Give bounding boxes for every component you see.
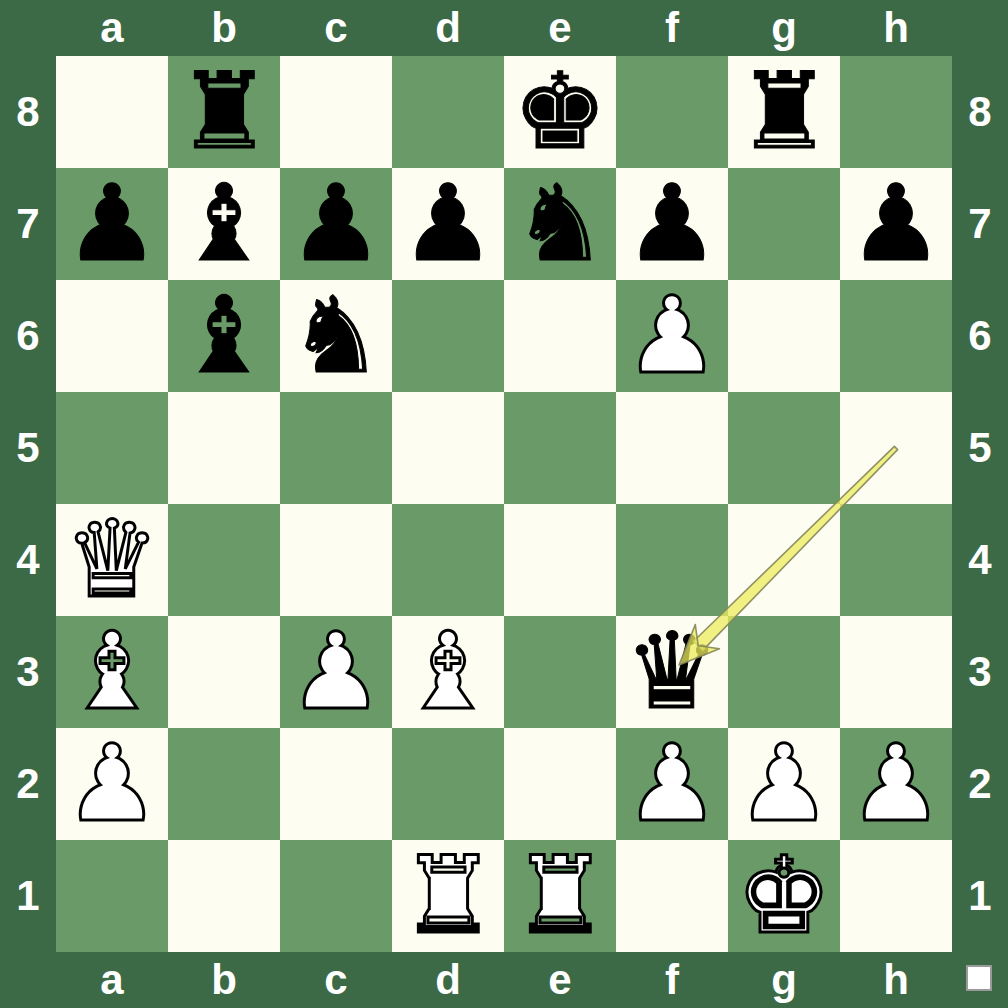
square-h4[interactable] xyxy=(840,504,952,616)
square-f2[interactable]: ♟ xyxy=(616,728,728,840)
rank-label-5-right: 5 xyxy=(952,392,1008,504)
file-label-a-top: a xyxy=(56,0,168,56)
piece-white-pawn[interactable]: ♟ xyxy=(624,728,719,840)
square-c3[interactable]: ♟ xyxy=(280,616,392,728)
file-label-f-bottom: f xyxy=(616,952,728,1008)
square-b7[interactable]: ♝ xyxy=(168,168,280,280)
square-d6[interactable] xyxy=(392,280,504,392)
square-c7[interactable]: ♟ xyxy=(280,168,392,280)
piece-white-bishop[interactable]: ♝ xyxy=(400,616,495,728)
piece-white-pawn[interactable]: ♟ xyxy=(64,728,159,840)
rank-labels-left: 87654321 xyxy=(0,56,56,952)
piece-black-knight[interactable]: ♞ xyxy=(288,280,383,392)
rank-label-1-right: 1 xyxy=(952,840,1008,952)
square-f6[interactable]: ♟ xyxy=(616,280,728,392)
rank-labels-right: 87654321 xyxy=(952,56,1008,952)
file-label-d-top: d xyxy=(392,0,504,56)
square-e1[interactable]: ♜ xyxy=(504,840,616,952)
square-a4[interactable]: ♛ xyxy=(56,504,168,616)
piece-black-bishop[interactable]: ♝ xyxy=(176,168,271,280)
rank-label-7-right: 7 xyxy=(952,168,1008,280)
square-a2[interactable]: ♟ xyxy=(56,728,168,840)
file-labels-bottom: abcdefgh xyxy=(56,952,952,1008)
piece-black-pawn[interactable]: ♟ xyxy=(64,168,159,280)
rank-label-4-left: 4 xyxy=(0,504,56,616)
piece-white-pawn[interactable]: ♟ xyxy=(288,616,383,728)
rank-label-8-left: 8 xyxy=(0,56,56,168)
rank-label-7-left: 7 xyxy=(0,168,56,280)
square-h8[interactable] xyxy=(840,56,952,168)
piece-black-king[interactable]: ♚ xyxy=(512,56,607,168)
file-label-g-bottom: g xyxy=(728,952,840,1008)
piece-black-pawn[interactable]: ♟ xyxy=(624,168,719,280)
piece-white-bishop[interactable]: ♝ xyxy=(64,616,159,728)
square-g1[interactable]: ♚ xyxy=(728,840,840,952)
square-g8[interactable]: ♜ xyxy=(728,56,840,168)
piece-white-pawn[interactable]: ♟ xyxy=(848,728,943,840)
square-c8[interactable] xyxy=(280,56,392,168)
file-label-e-bottom: e xyxy=(504,952,616,1008)
square-e3[interactable] xyxy=(504,616,616,728)
piece-white-pawn[interactable]: ♟ xyxy=(736,728,831,840)
piece-black-pawn[interactable]: ♟ xyxy=(400,168,495,280)
square-a6[interactable] xyxy=(56,280,168,392)
square-h3[interactable] xyxy=(840,616,952,728)
piece-black-rook[interactable]: ♜ xyxy=(736,56,831,168)
square-c1[interactable] xyxy=(280,840,392,952)
rank-label-6-left: 6 xyxy=(0,280,56,392)
piece-black-queen[interactable]: ♛ xyxy=(624,616,719,728)
file-label-h-top: h xyxy=(840,0,952,56)
square-a1[interactable] xyxy=(56,840,168,952)
square-e5[interactable] xyxy=(504,392,616,504)
square-a5[interactable] xyxy=(56,392,168,504)
square-g2[interactable]: ♟ xyxy=(728,728,840,840)
white-to-move-indicator xyxy=(966,965,992,991)
square-d1[interactable]: ♜ xyxy=(392,840,504,952)
square-g6[interactable] xyxy=(728,280,840,392)
square-f8[interactable] xyxy=(616,56,728,168)
file-label-a-bottom: a xyxy=(56,952,168,1008)
rank-label-4-right: 4 xyxy=(952,504,1008,616)
square-b3[interactable] xyxy=(168,616,280,728)
square-h1[interactable] xyxy=(840,840,952,952)
piece-black-pawn[interactable]: ♟ xyxy=(288,168,383,280)
file-label-c-top: c xyxy=(280,0,392,56)
file-label-h-bottom: h xyxy=(840,952,952,1008)
piece-white-rook[interactable]: ♜ xyxy=(512,840,607,952)
rank-label-2-right: 2 xyxy=(952,728,1008,840)
rank-label-6-right: 6 xyxy=(952,280,1008,392)
chess-board: abcdefgh abcdefgh 87654321 87654321 ♜♚♜♟… xyxy=(0,0,1008,1008)
board-squares: ♜♚♜♟♝♟♟♞♟♟♝♞♟♛♝♟♝♛♟♟♟♟♜♜♚ xyxy=(56,56,952,952)
piece-black-rook[interactable]: ♜ xyxy=(176,56,271,168)
file-label-g-top: g xyxy=(728,0,840,56)
square-h6[interactable] xyxy=(840,280,952,392)
square-d5[interactable] xyxy=(392,392,504,504)
square-g5[interactable] xyxy=(728,392,840,504)
file-labels-top: abcdefgh xyxy=(56,0,952,56)
square-h7[interactable]: ♟ xyxy=(840,168,952,280)
piece-black-pawn[interactable]: ♟ xyxy=(848,168,943,280)
file-label-f-top: f xyxy=(616,0,728,56)
square-d3[interactable]: ♝ xyxy=(392,616,504,728)
file-label-b-top: b xyxy=(168,0,280,56)
rank-label-1-left: 1 xyxy=(0,840,56,952)
piece-white-pawn[interactable]: ♟ xyxy=(624,280,719,392)
square-f1[interactable] xyxy=(616,840,728,952)
square-h2[interactable]: ♟ xyxy=(840,728,952,840)
square-e4[interactable] xyxy=(504,504,616,616)
square-e2[interactable] xyxy=(504,728,616,840)
square-b8[interactable]: ♜ xyxy=(168,56,280,168)
square-b1[interactable] xyxy=(168,840,280,952)
square-b5[interactable] xyxy=(168,392,280,504)
square-b6[interactable]: ♝ xyxy=(168,280,280,392)
square-b2[interactable] xyxy=(168,728,280,840)
square-a8[interactable] xyxy=(56,56,168,168)
file-label-c-bottom: c xyxy=(280,952,392,1008)
square-g7[interactable] xyxy=(728,168,840,280)
square-f3[interactable]: ♛ xyxy=(616,616,728,728)
square-g3[interactable] xyxy=(728,616,840,728)
square-d7[interactable]: ♟ xyxy=(392,168,504,280)
file-label-e-top: e xyxy=(504,0,616,56)
piece-black-bishop[interactable]: ♝ xyxy=(176,280,271,392)
square-e8[interactable]: ♚ xyxy=(504,56,616,168)
square-c4[interactable] xyxy=(280,504,392,616)
file-label-d-bottom: d xyxy=(392,952,504,1008)
piece-white-queen[interactable]: ♛ xyxy=(64,504,159,616)
square-c5[interactable] xyxy=(280,392,392,504)
rank-label-3-left: 3 xyxy=(0,616,56,728)
rank-label-3-right: 3 xyxy=(952,616,1008,728)
piece-white-rook[interactable]: ♜ xyxy=(400,840,495,952)
square-d2[interactable] xyxy=(392,728,504,840)
rank-label-2-left: 2 xyxy=(0,728,56,840)
square-f7[interactable]: ♟ xyxy=(616,168,728,280)
square-f4[interactable] xyxy=(616,504,728,616)
piece-white-king[interactable]: ♚ xyxy=(736,840,831,952)
square-e6[interactable] xyxy=(504,280,616,392)
square-d4[interactable] xyxy=(392,504,504,616)
square-h5[interactable] xyxy=(840,392,952,504)
square-a3[interactable]: ♝ xyxy=(56,616,168,728)
square-b4[interactable] xyxy=(168,504,280,616)
square-a7[interactable]: ♟ xyxy=(56,168,168,280)
square-c6[interactable]: ♞ xyxy=(280,280,392,392)
square-d8[interactable] xyxy=(392,56,504,168)
rank-label-8-right: 8 xyxy=(952,56,1008,168)
square-c2[interactable] xyxy=(280,728,392,840)
piece-black-knight[interactable]: ♞ xyxy=(512,168,607,280)
square-f5[interactable] xyxy=(616,392,728,504)
square-g4[interactable] xyxy=(728,504,840,616)
square-e7[interactable]: ♞ xyxy=(504,168,616,280)
file-label-b-bottom: b xyxy=(168,952,280,1008)
rank-label-5-left: 5 xyxy=(0,392,56,504)
